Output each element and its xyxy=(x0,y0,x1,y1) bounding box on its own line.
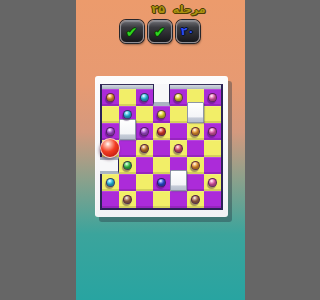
gem-magenta-r1c7 xyxy=(208,93,217,102)
board-border xyxy=(100,84,223,210)
cell-r2c5 xyxy=(170,106,187,123)
cell-r4c2 xyxy=(119,140,136,157)
gem-yellow-r2c4 xyxy=(157,110,166,119)
wall-notch-r1c4 xyxy=(153,84,170,106)
white-block-r6c5 xyxy=(170,170,187,191)
gem-red-r3c4 xyxy=(157,127,166,136)
gem-magenta-r3c7 xyxy=(208,127,217,136)
cell-r7c7 xyxy=(204,191,221,208)
cell-r4c4 xyxy=(153,140,170,157)
gem-violet-r3c3 xyxy=(140,127,149,136)
gem-blue-r6c4 xyxy=(157,178,166,187)
cell-r5c7 xyxy=(204,157,221,174)
wall-notch-r5c1 xyxy=(100,157,119,174)
gem-yellow-r1c5 xyxy=(174,93,183,102)
level-title-word: مرحله xyxy=(173,3,206,16)
level-title-number: ۲۵ xyxy=(151,3,164,16)
cell-r7c4 xyxy=(153,191,170,208)
gem-brown-r7c2 xyxy=(123,195,132,204)
level-title: مرحله ۲۵ xyxy=(149,3,207,16)
gem-rose-r4c5 xyxy=(174,144,183,153)
cell-r1c2 xyxy=(119,89,136,106)
cell-r5c3 xyxy=(136,157,153,174)
gem-brown-r7c6 xyxy=(191,195,200,204)
cell-r7c1 xyxy=(102,191,119,208)
game-screen: مرحله ۲۵ ✔ ✔ ۲۰ xyxy=(76,0,245,300)
white-block-r2c6 xyxy=(187,102,204,123)
gem-green-r5c2 xyxy=(123,161,132,170)
cell-r2c7 xyxy=(204,106,221,123)
cell-r7c5 xyxy=(170,191,187,208)
board-field[interactable] xyxy=(102,89,221,208)
checkmark-icon: ✔ xyxy=(154,25,166,39)
gem-amber-r4c3 xyxy=(140,144,149,153)
white-block-r3c2 xyxy=(119,119,136,140)
gem-counter-value: ۲۰ xyxy=(181,26,194,37)
cell-r3c5 xyxy=(170,123,187,140)
cell-r6c2 xyxy=(119,174,136,191)
cell-r6c3 xyxy=(136,174,153,191)
cell-r4c7 xyxy=(204,140,221,157)
hud-button-row: ✔ ✔ ۲۰ xyxy=(120,20,200,43)
gem-violet-r3c1 xyxy=(106,127,115,136)
cell-r5c4 xyxy=(153,157,170,174)
board-frame xyxy=(95,76,228,217)
player-ball[interactable] xyxy=(100,138,120,158)
gem-orange-r1c1 xyxy=(106,93,115,102)
goal-check-button-1[interactable]: ✔ xyxy=(120,20,144,43)
gem-orange-r5c6 xyxy=(191,161,200,170)
gem-magenta-r6c7 xyxy=(208,178,217,187)
gem-counter-button[interactable]: ۲۰ xyxy=(176,20,200,43)
cell-r7c3 xyxy=(136,191,153,208)
gem-cyan-r1c3 xyxy=(140,93,149,102)
cell-r4c6 xyxy=(187,140,204,157)
cell-r2c3 xyxy=(136,106,153,123)
cell-r2c1 xyxy=(102,106,119,123)
gem-cyan-r6c1 xyxy=(106,178,115,187)
gem-orange-r3c6 xyxy=(191,127,200,136)
checkmark-icon: ✔ xyxy=(126,25,138,39)
cell-r6c6 xyxy=(187,174,204,191)
gem-cyan-r2c2 xyxy=(123,110,132,119)
goal-check-button-2[interactable]: ✔ xyxy=(148,20,172,43)
